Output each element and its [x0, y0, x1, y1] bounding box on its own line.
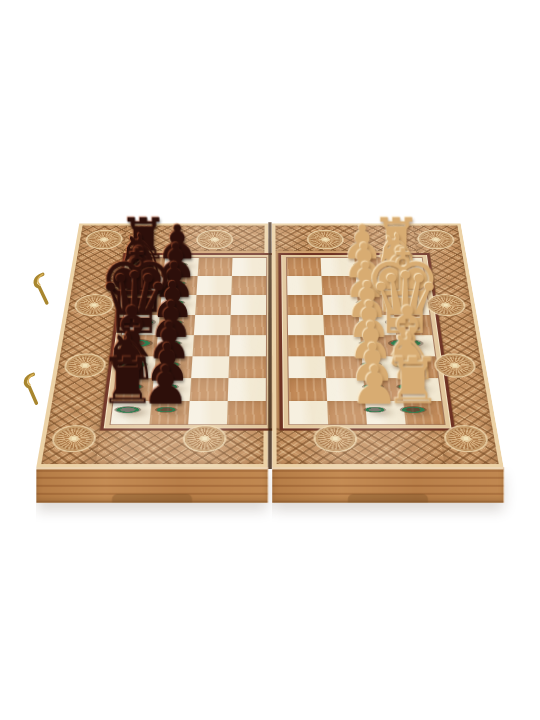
square[interactable] [228, 378, 266, 401]
case-front-left [36, 467, 267, 503]
square[interactable] [229, 335, 266, 356]
square[interactable] [231, 295, 267, 315]
square[interactable] [289, 401, 328, 425]
square[interactable] [198, 258, 233, 276]
rosette-medallion-icon [52, 426, 95, 450]
square[interactable] [230, 315, 266, 335]
square[interactable] [231, 276, 266, 295]
square[interactable] [287, 258, 322, 276]
square[interactable] [287, 276, 322, 295]
carved-lattice-band [276, 428, 498, 464]
rosette-medallion-icon [315, 426, 355, 450]
rosette-medallion-icon [445, 426, 488, 450]
case-front-right [272, 467, 503, 503]
square[interactable] [321, 258, 356, 276]
pawn-glyph: ♟ [133, 361, 199, 412]
carved-lattice-band [41, 428, 263, 464]
square[interactable] [227, 401, 266, 425]
square[interactable] [288, 335, 325, 356]
square[interactable] [228, 356, 265, 378]
square[interactable] [289, 378, 327, 401]
rosette-medallion-icon [184, 426, 224, 450]
square[interactable] [196, 276, 231, 295]
brass-clasp-icon[interactable] [28, 271, 53, 310]
chess-board: ♜♟♟♜♞♟♟♞♝♟♟♝♚♟♟♚♛♟♟♛♝♟♟♝♞♟♟♞♜♟♟♜ [36, 224, 503, 467]
brass-clasp-icon[interactable] [19, 371, 43, 410]
square[interactable] [287, 295, 323, 315]
rosette-medallion-icon [308, 231, 342, 249]
square[interactable] [288, 315, 324, 335]
product-photo-scene: ♜♟♟♜♞♟♟♞♝♟♟♝♚♟♟♚♛♟♟♛♝♟♟♝♞♟♟♞♜♟♟♜ [0, 0, 540, 720]
square[interactable] [288, 356, 326, 378]
pawn-glyph: ♟ [341, 361, 407, 412]
square[interactable] [232, 258, 266, 276]
